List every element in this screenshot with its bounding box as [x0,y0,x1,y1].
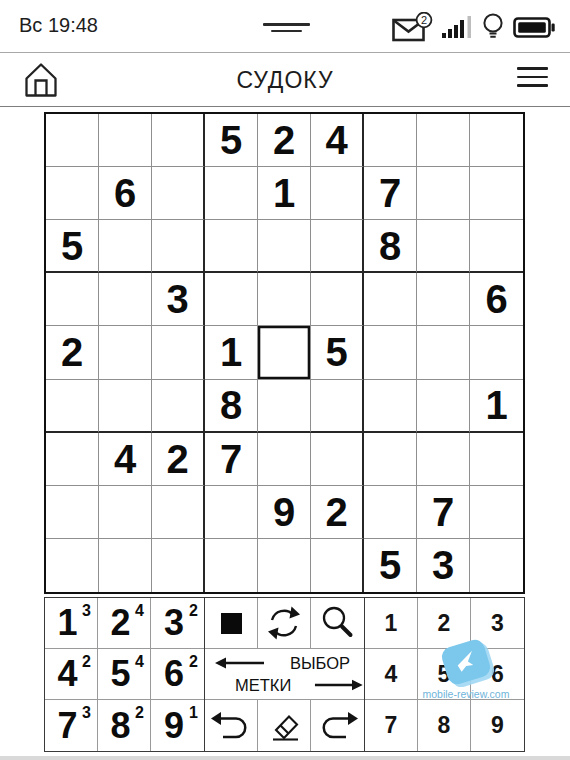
key-digit: 8 [110,708,130,744]
sudoku-cell-r1c1[interactable] [46,114,99,167]
sudoku-cell-r3c8[interactable] [417,220,470,273]
sudoku-cell-r8c8[interactable]: 7 [417,486,470,539]
bottom-edge-strip [0,756,570,760]
bulb-icon [482,12,504,42]
given-digit: 1 [220,332,242,372]
restart-key[interactable] [258,598,311,649]
digit-key-9[interactable]: 9 [471,700,524,751]
digit-count-key-7[interactable]: 73 [45,700,98,751]
given-digit: 3 [166,279,188,319]
key-digit: 6 [164,656,184,692]
key-remaining-count: 1 [189,704,198,722]
fill-mode-key[interactable] [205,598,258,649]
sudoku-cell-r3c7[interactable]: 8 [364,220,417,273]
digit-key-7[interactable]: 7 [365,700,418,751]
sudoku-cell-r8c2[interactable] [99,486,152,539]
marks-mode-label: МЕТКИ [235,676,291,695]
key-remaining-count: 3 [82,602,91,620]
search-icon [317,602,359,644]
sudoku-cell-r5c2[interactable] [99,326,152,379]
sudoku-cell-r3c5[interactable] [258,220,311,273]
sudoku-cell-r9c2[interactable] [99,539,152,592]
digit-count-key-5[interactable]: 54 [98,649,151,700]
redo-icon [316,704,360,748]
sudoku-cell-r8c1[interactable] [46,486,99,539]
digit-count-key-3[interactable]: 32 [151,598,204,649]
screen: Вс 19:48 2 [0,0,570,760]
digit-key-4[interactable]: 4 [365,649,418,700]
right-arrow-icon [313,678,364,692]
sudoku-cell-r2c9[interactable] [470,167,523,220]
sudoku-cell-r8c5[interactable]: 9 [258,486,311,539]
sudoku-cell-r1c7[interactable] [364,114,417,167]
given-digit: 5 [379,545,401,585]
given-digit: 2 [61,332,83,372]
sudoku-cell-r2c6[interactable] [311,167,364,220]
key-digit: 5 [110,656,130,692]
sudoku-cell-r7c9[interactable] [470,433,523,486]
given-digit: 5 [220,120,242,160]
envelope-icon: 2 [392,12,433,43]
status-icons: 2 [392,8,556,46]
sudoku-cell-r4c2[interactable] [99,273,152,326]
given-digit: 1 [273,173,295,213]
sudoku-cell-r5c4[interactable]: 1 [205,326,258,379]
digit-count-pad: 132432425462738291 [45,598,205,751]
sudoku-cell-r3c6[interactable] [311,220,364,273]
drag-handle[interactable] [258,23,314,35]
key-digit: 7 [57,708,77,744]
digit-pad: 123456789 [365,598,524,751]
sudoku-cell-r5c8[interactable] [417,326,470,379]
redo-key[interactable] [311,700,364,751]
key-digit: 1 [57,605,77,641]
given-digit: 1 [485,385,507,425]
sudoku-cell-r2c4[interactable] [205,167,258,220]
sudoku-cell-r2c7[interactable]: 7 [364,167,417,220]
sudoku-cell-r4c7[interactable] [364,273,417,326]
sudoku-cell-r3c9[interactable] [470,220,523,273]
given-digit: 5 [325,332,347,372]
hint-key[interactable] [311,598,364,649]
mode-toggle[interactable]: ВЫБОР МЕТКИ [205,649,364,700]
given-digit: 4 [325,120,347,160]
given-digit: 8 [379,226,401,266]
digit-key-6[interactable]: 6 [471,649,524,700]
digit-count-key-2[interactable]: 24 [98,598,151,649]
sudoku-cell-r7c1[interactable] [46,433,99,486]
sudoku-cell-r9c1[interactable] [46,539,99,592]
given-digit: 7 [432,492,454,532]
sudoku-cell-r6c8[interactable] [417,380,470,433]
eraser-key[interactable] [258,700,311,751]
digit-count-key-8[interactable]: 82 [98,700,151,751]
sudoku-cell-r4c5[interactable] [258,273,311,326]
sudoku-cell-r5c9[interactable] [470,326,523,379]
sudoku-cell-r1c6[interactable]: 4 [311,114,364,167]
sudoku-cell-r3c1[interactable]: 5 [46,220,99,273]
sudoku-cell-r6c7[interactable] [364,380,417,433]
digit-key-2[interactable]: 2 [418,598,471,649]
sudoku-cell-r7c6[interactable] [311,433,364,486]
sudoku-cell-r8c7[interactable] [364,486,417,539]
key-digit: 4 [57,656,77,692]
digit-count-key-1[interactable]: 13 [45,598,98,649]
sudoku-cell-r6c9[interactable]: 1 [470,380,523,433]
sudoku-cell-r3c2[interactable] [99,220,152,273]
undo-icon [209,704,253,748]
sudoku-cell-r8c9[interactable] [470,486,523,539]
marks-mode-row: МЕТКИ [205,676,364,695]
sudoku-cell-r5c3[interactable] [152,326,205,379]
given-digit: 9 [273,492,295,532]
sudoku-cell-r4c8[interactable] [417,273,470,326]
undo-key[interactable] [205,700,258,751]
key-remaining-count: 3 [82,704,91,722]
given-digit: 6 [114,173,136,213]
sudoku-cell-r2c3[interactable] [152,167,205,220]
keypad: 132432425462738291 [44,597,525,752]
key-digit: 2 [110,605,130,641]
digit-count-key-4[interactable]: 42 [45,649,98,700]
signal-icon [442,15,473,40]
given-digit: 6 [485,279,507,319]
digit-count-key-9[interactable]: 91 [151,700,204,751]
sudoku-cell-r1c8[interactable] [417,114,470,167]
sudoku-cell-r9c7[interactable]: 5 [364,539,417,592]
digit-key-5[interactable]: 5 [418,649,471,700]
given-digit: 7 [220,439,242,479]
sudoku-cell-r6c6[interactable] [311,380,364,433]
given-digit: 8 [220,385,242,425]
given-digit: 2 [166,439,188,479]
key-remaining-count: 2 [135,704,144,722]
sudoku-cell-r1c4[interactable]: 5 [205,114,258,167]
digit-key-8[interactable]: 8 [418,700,471,751]
given-digit: 7 [379,173,401,213]
left-arrow-icon [214,656,266,670]
sudoku-cell-r8c3[interactable] [152,486,205,539]
sudoku-cell-r1c9[interactable] [470,114,523,167]
sudoku-cell-r7c7[interactable] [364,433,417,486]
digit-count-key-6[interactable]: 62 [151,649,204,700]
sudoku-cell-r1c5[interactable]: 2 [258,114,311,167]
sudoku-cell-r6c3[interactable] [152,380,205,433]
sudoku-cell-r5c1[interactable]: 2 [46,326,99,379]
app-header: СУДОКУ [0,53,570,107]
refresh-icon [262,601,306,645]
key-remaining-count: 2 [189,602,198,620]
key-remaining-count: 2 [82,653,91,671]
key-digit: 9 [164,708,184,744]
sudoku-cell-r7c5[interactable] [258,433,311,486]
sudoku-cell-r9c5[interactable] [258,539,311,592]
key-remaining-count: 4 [135,653,144,671]
given-digit: 5 [61,226,83,266]
sudoku-cell-r1c3[interactable] [152,114,205,167]
given-digit: 3 [432,545,454,585]
sudoku-cell-r4c4[interactable] [205,273,258,326]
sudoku-cell-r4c3[interactable]: 3 [152,273,205,326]
select-mode-row: ВЫБОР [205,654,364,673]
sudoku-cell-r9c9[interactable] [470,539,523,592]
sudoku-cell-r5c5[interactable] [258,326,311,379]
key-remaining-count: 2 [189,653,198,671]
sudoku-grid: 52461758362158142792753 [44,112,525,594]
sudoku-cell-r7c3[interactable]: 2 [152,433,205,486]
sudoku-cell-r2c2[interactable]: 6 [99,167,152,220]
given-digit: 2 [273,120,295,160]
sudoku-cell-r8c6[interactable]: 2 [311,486,364,539]
sudoku-cell-r2c1[interactable] [46,167,99,220]
sudoku-cell-r7c4[interactable]: 7 [205,433,258,486]
select-mode-label: ВЫБОР [290,654,350,673]
sudoku-cell-r1c2[interactable] [99,114,152,167]
envelope-badge: 2 [421,14,427,26]
sudoku-cell-r9c4[interactable] [205,539,258,592]
eraser-icon [261,704,307,748]
sudoku-cell-r5c6[interactable]: 5 [311,326,364,379]
given-digit: 2 [325,492,347,532]
digit-key-1[interactable]: 1 [365,598,418,649]
sudoku-cell-r9c8[interactable]: 3 [417,539,470,592]
sudoku-cell-r7c2[interactable]: 4 [99,433,152,486]
page-title: СУДОКУ [0,67,570,94]
sudoku-cell-r4c9[interactable]: 6 [470,273,523,326]
sudoku-cell-r6c4[interactable]: 8 [205,380,258,433]
given-digit: 4 [114,439,136,479]
hamburger-menu-icon[interactable] [517,67,548,91]
tool-pad: ВЫБОР МЕТКИ [205,598,365,751]
sudoku-cell-r5c7[interactable] [364,326,417,379]
sudoku-cell-r2c5[interactable]: 1 [258,167,311,220]
sudoku-cell-r7c8[interactable] [417,433,470,486]
key-digit: 3 [164,605,184,641]
sudoku-cell-r6c1[interactable] [46,380,99,433]
sudoku-cell-r8c4[interactable] [205,486,258,539]
black-square-icon [221,613,242,634]
sudoku-cell-r4c1[interactable] [46,273,99,326]
sudoku-cell-r2c8[interactable] [417,167,470,220]
sudoku-cell-r9c3[interactable] [152,539,205,592]
sudoku-cell-r6c2[interactable] [99,380,152,433]
key-remaining-count: 4 [135,602,144,620]
status-bar: Вс 19:48 2 [0,0,570,53]
sudoku-cell-r9c6[interactable] [311,539,364,592]
sudoku-cell-r3c4[interactable] [205,220,258,273]
sudoku-cell-r4c6[interactable] [311,273,364,326]
digit-key-3[interactable]: 3 [471,598,524,649]
sudoku-cell-r3c3[interactable] [152,220,205,273]
sudoku-cell-r6c5[interactable] [258,380,311,433]
battery-icon [513,15,556,40]
clock: Вс 19:48 [19,14,98,37]
